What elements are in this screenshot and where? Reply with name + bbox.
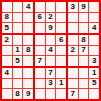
cell-r3c2[interactable] bbox=[13, 23, 23, 33]
cell-r4c6: 6 bbox=[56, 35, 66, 45]
cell-r3c5: 9 bbox=[46, 23, 56, 33]
cell-r9c9[interactable] bbox=[89, 89, 99, 99]
cell-r7c2[interactable] bbox=[13, 68, 23, 78]
cell-r8c5: 3 bbox=[46, 79, 56, 89]
cell-r5c3: 8 bbox=[23, 46, 33, 56]
cell-r3c3[interactable] bbox=[23, 23, 33, 33]
cell-r3c6[interactable] bbox=[56, 23, 66, 33]
cell-r6c2: 5 bbox=[13, 56, 23, 66]
cell-r7c8[interactable] bbox=[79, 68, 89, 78]
cell-r9c5[interactable] bbox=[46, 89, 56, 99]
cell-r6c8[interactable] bbox=[79, 56, 89, 66]
cell-r3c4[interactable] bbox=[35, 23, 45, 33]
cell-r2c1: 8 bbox=[2, 13, 12, 23]
cell-r5c4[interactable] bbox=[35, 46, 45, 56]
cell-r1c2[interactable] bbox=[13, 2, 23, 12]
cell-r8c4[interactable] bbox=[35, 79, 45, 89]
cell-r7c1: 4 bbox=[2, 68, 12, 78]
cell-r9c7: 7 bbox=[68, 89, 78, 99]
sudoku-box-9: 157 bbox=[68, 68, 99, 99]
sudoku-box-8: 731 bbox=[35, 68, 66, 99]
cell-r4c5[interactable] bbox=[46, 35, 56, 45]
cell-r1c5[interactable] bbox=[46, 2, 56, 12]
cell-r3c9: 4 bbox=[89, 23, 99, 33]
cell-r7c7[interactable] bbox=[68, 68, 78, 78]
cell-r2c2[interactable] bbox=[13, 13, 23, 23]
cell-r8c1[interactable] bbox=[2, 79, 12, 89]
cell-r1c1[interactable] bbox=[2, 2, 12, 12]
cell-r6c4: 7 bbox=[35, 56, 45, 66]
sudoku-box-7: 489 bbox=[2, 68, 33, 99]
cell-r2c3[interactable] bbox=[23, 13, 33, 23]
cell-r2c7[interactable] bbox=[68, 13, 78, 23]
cell-r9c1[interactable] bbox=[2, 89, 12, 99]
cell-r3c1: 5 bbox=[2, 23, 12, 33]
cell-r8c8[interactable] bbox=[79, 79, 89, 89]
cell-r5c5: 4 bbox=[46, 46, 56, 56]
cell-r4c8: 8 bbox=[79, 35, 89, 45]
cell-r2c8[interactable] bbox=[79, 13, 89, 23]
sudoku-box-2: 629 bbox=[35, 2, 66, 33]
cell-r9c8[interactable] bbox=[79, 89, 89, 99]
cell-r5c2: 1 bbox=[13, 46, 23, 56]
sudoku-box-6: 8273 bbox=[68, 35, 99, 66]
cell-r8c2[interactable] bbox=[13, 79, 23, 89]
cell-r9c4[interactable] bbox=[35, 89, 45, 99]
cell-r1c9[interactable] bbox=[89, 2, 99, 12]
cell-r4c1: 2 bbox=[2, 35, 12, 45]
cell-r9c6[interactable] bbox=[56, 89, 66, 99]
cell-r4c3[interactable] bbox=[23, 35, 33, 45]
cell-r4c7[interactable] bbox=[68, 35, 78, 45]
sudoku-box-5: 647 bbox=[35, 35, 66, 66]
sudoku-box-4: 2185 bbox=[2, 35, 33, 66]
sudoku-box-3: 394 bbox=[68, 2, 99, 33]
cell-r7c9: 1 bbox=[89, 68, 99, 78]
sudoku-box-1: 485 bbox=[2, 2, 33, 33]
cell-r4c4[interactable] bbox=[35, 35, 45, 45]
cell-r7c6[interactable] bbox=[56, 68, 66, 78]
cell-r1c6[interactable] bbox=[56, 2, 66, 12]
cell-r8c6: 1 bbox=[56, 79, 66, 89]
cell-r3c7[interactable] bbox=[68, 23, 78, 33]
cell-r2c4: 6 bbox=[35, 13, 45, 23]
cell-r5c6[interactable] bbox=[56, 46, 66, 56]
cell-r6c1[interactable] bbox=[2, 56, 12, 66]
cell-r5c8: 7 bbox=[79, 46, 89, 56]
cell-r1c7: 3 bbox=[68, 2, 78, 12]
cell-r5c1[interactable] bbox=[2, 46, 12, 56]
cell-r4c2[interactable] bbox=[13, 35, 23, 45]
cell-r4c9[interactable] bbox=[89, 35, 99, 45]
cell-r7c4[interactable] bbox=[35, 68, 45, 78]
cell-r6c7[interactable] bbox=[68, 56, 78, 66]
cell-r6c3[interactable] bbox=[23, 56, 33, 66]
cell-r2c6[interactable] bbox=[56, 13, 66, 23]
cell-r1c3: 4 bbox=[23, 2, 33, 12]
cell-r2c9[interactable] bbox=[89, 13, 99, 23]
cell-r2c5: 2 bbox=[46, 13, 56, 23]
cell-r6c9: 3 bbox=[89, 56, 99, 66]
sudoku-board: 48562939421856478273489731157 bbox=[0, 0, 101, 101]
cell-r9c3: 9 bbox=[23, 89, 33, 99]
cell-r6c5[interactable] bbox=[46, 56, 56, 66]
cell-r3c8[interactable] bbox=[79, 23, 89, 33]
cell-r5c7: 2 bbox=[68, 46, 78, 56]
cell-r5c9[interactable] bbox=[89, 46, 99, 56]
cell-r6c6[interactable] bbox=[56, 56, 66, 66]
cell-r1c8: 9 bbox=[79, 2, 89, 12]
cell-r9c2: 8 bbox=[13, 89, 23, 99]
cell-r8c7[interactable] bbox=[68, 79, 78, 89]
cell-r7c5: 7 bbox=[46, 68, 56, 78]
cell-r1c4[interactable] bbox=[35, 2, 45, 12]
cell-r7c3[interactable] bbox=[23, 68, 33, 78]
cell-r8c9: 5 bbox=[89, 79, 99, 89]
cell-r8c3[interactable] bbox=[23, 79, 33, 89]
